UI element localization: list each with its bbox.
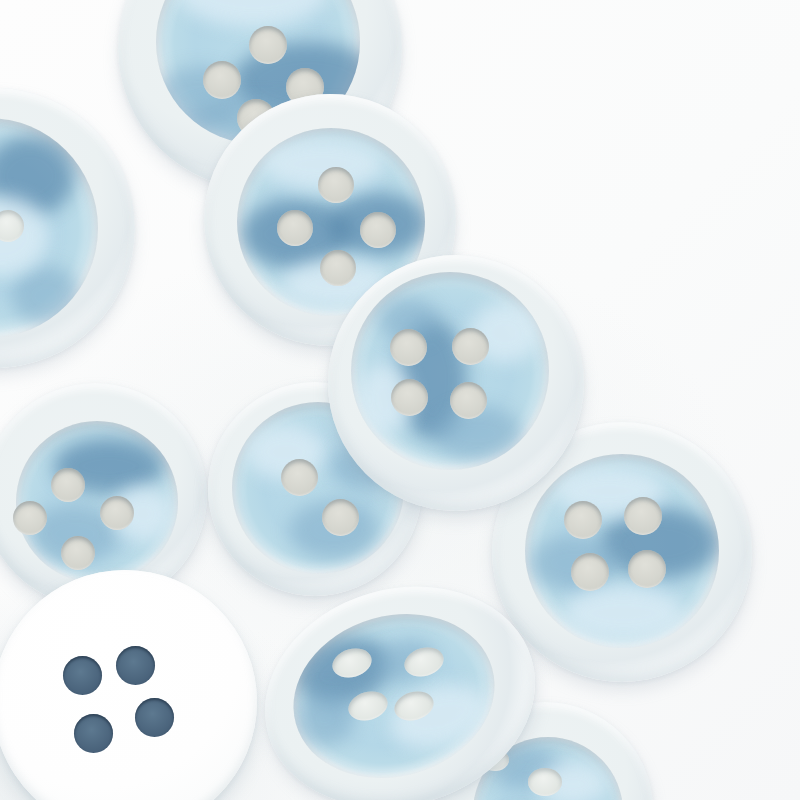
button-right-hole-0 xyxy=(564,501,602,539)
button-right-mottle-3 xyxy=(564,586,684,641)
button-bottom-center-tilted-blue-center xyxy=(274,591,514,800)
button-center-mottle-3 xyxy=(357,364,412,434)
button-upper-middle-mottle-2 xyxy=(263,138,383,190)
button-right-hole-1 xyxy=(624,497,662,535)
button-top-blue-center xyxy=(156,0,360,144)
button-mid-left-hole-0 xyxy=(51,468,85,502)
button-bottom-edge-hole-0 xyxy=(481,749,509,771)
button-bottom-left-back xyxy=(0,0,800,800)
button-center-hole-1 xyxy=(452,328,489,365)
button-bottom-edge-hole-1 xyxy=(528,768,562,796)
button-bottom-center-tilted-mottle-1 xyxy=(289,683,362,752)
button-center-lower-left-rim xyxy=(208,382,422,596)
button-center-mottle-1 xyxy=(378,297,438,342)
button-top-hole-1 xyxy=(203,61,241,99)
button-center-mottle-2 xyxy=(433,406,523,461)
button-top-mottle-3 xyxy=(178,100,338,145)
button-right-hole-2 xyxy=(571,553,609,591)
button-mid-left-blue-center xyxy=(16,421,178,583)
button-mid-left-mottle-0 xyxy=(54,438,164,494)
button-center-hole-0 xyxy=(390,329,427,366)
button-bottom-center-tilted-mottle-3 xyxy=(371,634,440,689)
button-left-edge-hole-0 xyxy=(0,210,24,242)
button-bottom-left-back-hole-3 xyxy=(135,698,174,737)
button-bottom-center-tilted-hole-3 xyxy=(391,687,437,725)
button-bottom-edge xyxy=(0,0,800,800)
button-right-mottle-2 xyxy=(555,466,665,516)
button-upper-middle-rim xyxy=(204,94,456,346)
button-bottom-center-tilted-mottle-2 xyxy=(383,674,496,759)
button-center-hole-3 xyxy=(450,382,487,419)
button-center-mottle-4 xyxy=(470,303,540,363)
button-center-blue-center xyxy=(351,272,549,470)
button-top-mottle-2 xyxy=(178,0,328,27)
button-right-blue-center xyxy=(525,454,719,648)
button-bottom-center-tilted-hole-1 xyxy=(401,643,447,681)
button-center-lower-left-mottle-0 xyxy=(289,500,379,560)
button-mid-left-hole-1 xyxy=(13,501,47,535)
button-center-lower-left-hole-1 xyxy=(322,499,359,536)
button-center-lower-left-mottle-1 xyxy=(246,424,326,480)
button-upper-middle-hole-1 xyxy=(277,210,313,246)
button-top-hole-2 xyxy=(286,68,324,106)
button-mid-left-hole-3 xyxy=(61,536,95,570)
button-bottom-edge-mottle-2 xyxy=(538,762,608,800)
button-bottom-center-tilted-hole-2 xyxy=(345,687,391,725)
button-upper-middle-mottle-0 xyxy=(241,199,351,269)
button-center-hole-2 xyxy=(391,379,428,416)
button-right-hole-3 xyxy=(628,550,666,588)
button-left-edge xyxy=(0,0,800,800)
button-right-rim xyxy=(492,422,752,682)
button-top-rim xyxy=(118,0,402,190)
button-left-edge-rim xyxy=(0,88,135,368)
button-mid-left-hole-2 xyxy=(100,496,134,530)
button-upper-middle-mottle-3 xyxy=(282,260,392,308)
button-upper-middle-blue-center xyxy=(237,128,425,316)
button-mid-left xyxy=(0,0,800,800)
button-center-lower-left-hole-0 xyxy=(281,459,318,496)
button-center-rim xyxy=(328,255,584,511)
button-right xyxy=(0,0,800,800)
button-bottom-left-back-hole-2 xyxy=(74,714,113,753)
button-upper-middle-mottle-1 xyxy=(329,193,425,255)
button-left-edge-blue-center xyxy=(0,118,98,338)
button-upper-middle xyxy=(0,0,800,800)
button-mid-left-mottle-1 xyxy=(30,504,120,564)
button-bottom-edge-rim xyxy=(437,702,653,800)
button-center-lower-left xyxy=(0,0,800,800)
button-center-mottle-0 xyxy=(397,319,467,439)
button-center-lower-left-blue-center xyxy=(232,402,404,574)
button-bottom-left-back-hole-0 xyxy=(63,656,102,695)
button-bottom-edge-mottle-0 xyxy=(491,745,561,790)
buttons-photo xyxy=(0,0,800,800)
button-mid-left-rim xyxy=(0,383,207,607)
button-top-hole-3 xyxy=(237,99,275,137)
button-left-edge-mottle-0 xyxy=(0,136,75,216)
button-center-lower-left-mottle-2 xyxy=(330,444,390,489)
button-upper-middle-hole-0 xyxy=(318,167,354,203)
button-bottom-center-tilted-rim xyxy=(239,555,562,800)
button-bottom-edge-blue-center xyxy=(473,737,623,800)
button-bottom-left-back-hole-1 xyxy=(116,646,155,685)
button-upper-middle-hole-2 xyxy=(360,212,396,248)
button-upper-middle-hole-3 xyxy=(320,250,356,286)
button-mid-left-mottle-2 xyxy=(113,486,173,542)
button-right-mottle-1 xyxy=(529,535,619,591)
button-left-edge-mottle-2 xyxy=(0,196,48,276)
button-bottom-left-back-rim xyxy=(0,570,257,800)
button-top xyxy=(0,0,800,800)
button-right-mottle-0 xyxy=(600,508,719,578)
button-center xyxy=(0,0,800,800)
button-bottom-center-tilted-hole-0 xyxy=(329,644,375,682)
button-left-edge-mottle-1 xyxy=(11,266,81,326)
button-top-mottle-1 xyxy=(156,67,243,127)
button-bottom-center-tilted-mottle-0 xyxy=(289,627,398,716)
button-top-mottle-0 xyxy=(233,42,360,122)
button-top-hole-0 xyxy=(249,26,287,64)
button-bottom-center-tilted xyxy=(0,0,800,800)
